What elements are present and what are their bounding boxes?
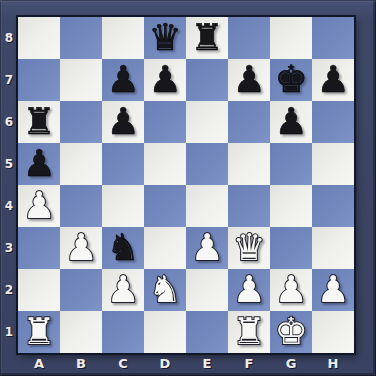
white-knight: ♞ bbox=[144, 269, 186, 311]
black-rook: ♜ bbox=[18, 101, 60, 143]
square-c2[interactable]: ♟ bbox=[102, 269, 144, 311]
black-pawn: ♟ bbox=[270, 101, 312, 143]
square-h5[interactable] bbox=[312, 143, 354, 185]
black-queen: ♛ bbox=[144, 17, 186, 59]
square-d5[interactable] bbox=[144, 143, 186, 185]
square-d7[interactable]: ♟ bbox=[144, 59, 186, 101]
white-pawn: ♟ bbox=[312, 269, 354, 311]
square-a8[interactable] bbox=[18, 17, 60, 59]
square-d2[interactable]: ♞ bbox=[144, 269, 186, 311]
white-pawn: ♟ bbox=[102, 269, 144, 311]
square-c3[interactable]: ♞ bbox=[102, 227, 144, 269]
square-c8[interactable] bbox=[102, 17, 144, 59]
file-label-c: C bbox=[102, 353, 144, 374]
white-pawn: ♟ bbox=[270, 269, 312, 311]
black-pawn: ♟ bbox=[18, 143, 60, 185]
rank-label-1: 1 bbox=[0, 311, 18, 353]
black-pawn: ♟ bbox=[312, 59, 354, 101]
board: ♛♜♟♟♟♚♟♜♟♟♟♟♟♞♟♛♟♞♟♟♟♜♜♚ bbox=[18, 17, 354, 353]
square-d1[interactable] bbox=[144, 311, 186, 353]
square-a4[interactable]: ♟ bbox=[18, 185, 60, 227]
square-f1[interactable]: ♜ bbox=[228, 311, 270, 353]
file-label-d: D bbox=[144, 353, 186, 374]
rank-label-2: 2 bbox=[0, 269, 18, 311]
square-b3[interactable]: ♟ bbox=[60, 227, 102, 269]
black-king: ♚ bbox=[270, 59, 312, 101]
square-b2[interactable] bbox=[60, 269, 102, 311]
white-rook: ♜ bbox=[228, 311, 270, 353]
square-f3[interactable]: ♛ bbox=[228, 227, 270, 269]
square-c1[interactable] bbox=[102, 311, 144, 353]
square-f6[interactable] bbox=[228, 101, 270, 143]
square-c7[interactable]: ♟ bbox=[102, 59, 144, 101]
file-label-f: F bbox=[228, 353, 270, 374]
square-c6[interactable]: ♟ bbox=[102, 101, 144, 143]
square-h2[interactable]: ♟ bbox=[312, 269, 354, 311]
square-g3[interactable] bbox=[270, 227, 312, 269]
rank-label-6: 6 bbox=[0, 101, 18, 143]
square-a2[interactable] bbox=[18, 269, 60, 311]
black-pawn: ♟ bbox=[228, 59, 270, 101]
square-d3[interactable] bbox=[144, 227, 186, 269]
square-h4[interactable] bbox=[312, 185, 354, 227]
square-e3[interactable]: ♟ bbox=[186, 227, 228, 269]
square-e6[interactable] bbox=[186, 101, 228, 143]
square-h3[interactable] bbox=[312, 227, 354, 269]
square-f4[interactable] bbox=[228, 185, 270, 227]
rank-label-4: 4 bbox=[0, 185, 18, 227]
square-a1[interactable]: ♜ bbox=[18, 311, 60, 353]
square-e2[interactable] bbox=[186, 269, 228, 311]
square-d4[interactable] bbox=[144, 185, 186, 227]
square-b5[interactable] bbox=[60, 143, 102, 185]
square-f8[interactable] bbox=[228, 17, 270, 59]
square-b1[interactable] bbox=[60, 311, 102, 353]
file-label-g: G bbox=[270, 353, 312, 374]
rank-label-5: 5 bbox=[0, 143, 18, 185]
square-g6[interactable]: ♟ bbox=[270, 101, 312, 143]
square-f5[interactable] bbox=[228, 143, 270, 185]
square-a5[interactable]: ♟ bbox=[18, 143, 60, 185]
square-h7[interactable]: ♟ bbox=[312, 59, 354, 101]
square-g2[interactable]: ♟ bbox=[270, 269, 312, 311]
file-label-h: H bbox=[312, 353, 354, 374]
square-e5[interactable] bbox=[186, 143, 228, 185]
square-h8[interactable] bbox=[312, 17, 354, 59]
square-e4[interactable] bbox=[186, 185, 228, 227]
square-b7[interactable] bbox=[60, 59, 102, 101]
square-a6[interactable]: ♜ bbox=[18, 101, 60, 143]
square-c4[interactable] bbox=[102, 185, 144, 227]
white-rook: ♜ bbox=[18, 311, 60, 353]
chessboard-frame: 87654321 ♛♜♟♟♟♚♟♜♟♟♟♟♟♞♟♛♟♞♟♟♟♜♜♚ ABCDEF… bbox=[0, 0, 376, 376]
rank-label-3: 3 bbox=[0, 227, 18, 269]
black-pawn: ♟ bbox=[102, 59, 144, 101]
white-pawn: ♟ bbox=[228, 269, 270, 311]
black-rook: ♜ bbox=[186, 17, 228, 59]
white-pawn: ♟ bbox=[186, 227, 228, 269]
rank-label-7: 7 bbox=[0, 59, 18, 101]
square-b8[interactable] bbox=[60, 17, 102, 59]
square-b4[interactable] bbox=[60, 185, 102, 227]
square-f2[interactable]: ♟ bbox=[228, 269, 270, 311]
square-e1[interactable] bbox=[186, 311, 228, 353]
square-a3[interactable] bbox=[18, 227, 60, 269]
white-queen: ♛ bbox=[228, 227, 270, 269]
square-e7[interactable] bbox=[186, 59, 228, 101]
white-pawn: ♟ bbox=[18, 185, 60, 227]
black-knight: ♞ bbox=[102, 227, 144, 269]
file-label-a: A bbox=[18, 353, 60, 374]
white-pawn: ♟ bbox=[60, 227, 102, 269]
square-b6[interactable] bbox=[60, 101, 102, 143]
square-f7[interactable]: ♟ bbox=[228, 59, 270, 101]
square-c5[interactable] bbox=[102, 143, 144, 185]
square-g7[interactable]: ♚ bbox=[270, 59, 312, 101]
square-e8[interactable]: ♜ bbox=[186, 17, 228, 59]
square-d8[interactable]: ♛ bbox=[144, 17, 186, 59]
square-h6[interactable] bbox=[312, 101, 354, 143]
file-label-b: B bbox=[60, 353, 102, 374]
rank-labels: 87654321 bbox=[0, 17, 18, 353]
file-label-e: E bbox=[186, 353, 228, 374]
square-g4[interactable] bbox=[270, 185, 312, 227]
black-pawn: ♟ bbox=[102, 101, 144, 143]
black-pawn: ♟ bbox=[144, 59, 186, 101]
square-g1[interactable]: ♚ bbox=[270, 311, 312, 353]
square-a7[interactable] bbox=[18, 59, 60, 101]
square-d6[interactable] bbox=[144, 101, 186, 143]
white-king: ♚ bbox=[270, 311, 312, 353]
square-g5[interactable] bbox=[270, 143, 312, 185]
square-h1[interactable] bbox=[312, 311, 354, 353]
rank-label-8: 8 bbox=[0, 17, 18, 59]
square-g8[interactable] bbox=[270, 17, 312, 59]
file-labels: ABCDEFGH bbox=[18, 353, 354, 376]
